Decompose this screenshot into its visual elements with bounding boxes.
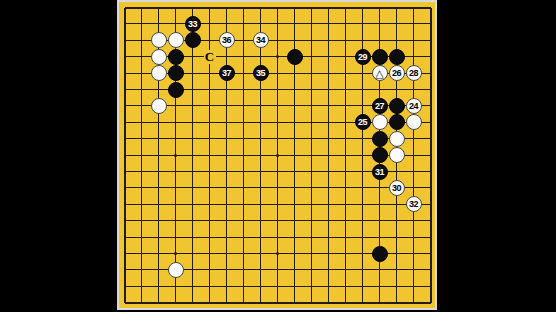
triangle-marker-icon: △: [375, 67, 383, 80]
move-number-label: 37: [222, 66, 231, 80]
stone-white-32-S7: 32: [406, 196, 422, 212]
stone-black-L16: [287, 49, 303, 65]
grid-line-horizontal: [125, 204, 431, 205]
move-number-label: 35: [256, 66, 265, 80]
stone-black-Q11: [372, 131, 388, 147]
stone-black-R16: [389, 49, 405, 65]
move-number-label: 24: [409, 99, 418, 113]
stone-black-R13: [389, 98, 405, 114]
stone-black-D15: [168, 65, 184, 81]
screenshot-background: △2425262728293031323334353637C: [0, 0, 556, 312]
stone-white-34-J17: 34: [253, 32, 269, 48]
stone-black-31-Q9: 31: [372, 164, 388, 180]
move-number-label: 36: [222, 33, 231, 47]
grid-line-horizontal: [125, 237, 431, 238]
move-number-label: 33: [188, 17, 197, 31]
stone-white-26-R15: 26: [389, 65, 405, 81]
grid-line-horizontal: [125, 220, 431, 221]
stone-black-37-G15: 37: [219, 65, 235, 81]
move-number-label: 31: [375, 165, 384, 179]
move-number-label: 29: [358, 50, 367, 64]
move-number-label: 28: [409, 66, 418, 80]
stone-white-C17: [151, 32, 167, 48]
move-number-label: 27: [375, 99, 384, 113]
stone-black-Q16: [372, 49, 388, 65]
stone-black-27-Q13: 27: [372, 98, 388, 114]
go-board[interactable]: △2425262728293031323334353637C: [117, 0, 437, 310]
stone-white-30-R8: 30: [389, 180, 405, 196]
grid-line-horizontal: [125, 302, 431, 304]
move-number-label: 30: [392, 181, 401, 195]
stone-white-28-S15: 28: [406, 65, 422, 81]
grid-line-vertical: [413, 8, 414, 303]
stone-white-D3: [168, 262, 184, 278]
star-point: [174, 252, 177, 255]
stone-black-R12: [389, 114, 405, 130]
stone-black-Q4: [372, 246, 388, 262]
stone-white-C13: [151, 98, 167, 114]
stone-black-35-J15: 35: [253, 65, 269, 81]
grid-line-vertical: [430, 8, 432, 303]
stone-black-Q10: [372, 147, 388, 163]
stone-black-E17: [185, 32, 201, 48]
stone-black-25-P12: 25: [355, 114, 371, 130]
grid-line-horizontal: [125, 286, 431, 287]
stone-white-D17: [168, 32, 184, 48]
stone-white-36-G17: 36: [219, 32, 235, 48]
stone-black-33-E18: 33: [185, 16, 201, 32]
grid-line-vertical: [311, 8, 312, 303]
star-point: [276, 154, 279, 157]
stone-black-29-P16: 29: [355, 49, 371, 65]
stone-black-D14: [168, 82, 184, 98]
stone-white-24-S13: 24: [406, 98, 422, 114]
stone-white-S12: [406, 114, 422, 130]
stone-white-C16: [151, 49, 167, 65]
letter-annotation-C: C: [204, 50, 216, 64]
grid-line-horizontal: [125, 187, 431, 188]
move-number-label: 32: [409, 197, 418, 211]
stone-white-R11: [389, 131, 405, 147]
stone-white-Q15: △: [372, 65, 388, 81]
move-number-label: 26: [392, 66, 401, 80]
stone-black-D16: [168, 49, 184, 65]
move-number-label: 25: [358, 115, 367, 129]
stone-white-Q12: [372, 114, 388, 130]
star-point: [276, 55, 279, 58]
stone-white-R10: [389, 147, 405, 163]
grid-line-vertical: [345, 8, 346, 303]
star-point: [174, 154, 177, 157]
star-point: [276, 252, 279, 255]
grid-line-vertical: [328, 8, 329, 303]
move-number-label: 34: [256, 33, 265, 47]
stone-white-C15: [151, 65, 167, 81]
